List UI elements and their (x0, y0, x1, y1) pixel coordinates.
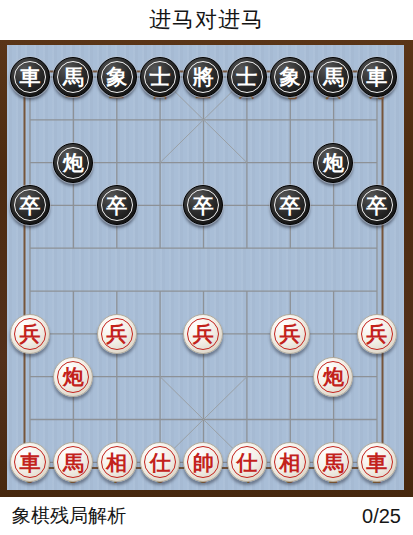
piece-glyph: 象 (280, 66, 301, 87)
title-bar: 进马对进马 (0, 0, 413, 40)
piece-glyph: 馬 (323, 66, 344, 87)
piece-bP-4-3[interactable]: 卒 (97, 185, 137, 225)
piece-rN-10-2[interactable]: 馬 (53, 442, 93, 482)
piece-glyph: 炮 (63, 152, 84, 173)
piece-glyph: 卒 (19, 195, 40, 216)
piece-bC-3-2[interactable]: 炮 (53, 143, 93, 183)
piece-rA-10-4[interactable]: 仕 (140, 442, 180, 482)
piece-bP-4-1[interactable]: 卒 (10, 185, 50, 225)
piece-glyph: 兵 (366, 323, 387, 344)
piece-glyph: 士 (150, 66, 171, 87)
piece-rB-10-3[interactable]: 相 (97, 442, 137, 482)
piece-bR-1-1[interactable]: 車 (10, 57, 50, 97)
piece-glyph: 車 (19, 452, 40, 473)
piece-rB-10-7[interactable]: 相 (270, 442, 310, 482)
piece-glyph: 仕 (236, 452, 257, 473)
footer-bar: 象棋残局解析 0/25 (0, 497, 413, 535)
piece-bK-1-5[interactable]: 將 (183, 57, 223, 97)
piece-glyph: 馬 (63, 452, 84, 473)
piece-rP-7-9[interactable]: 兵 (357, 314, 397, 354)
piece-glyph: 車 (19, 66, 40, 87)
piece-glyph: 兵 (19, 323, 40, 344)
piece-glyph: 兵 (106, 323, 127, 344)
piece-glyph: 兵 (280, 323, 301, 344)
piece-glyph: 馬 (63, 66, 84, 87)
piece-bP-4-5[interactable]: 卒 (183, 185, 223, 225)
pieces-grid[interactable]: 車馬象士將士象馬車炮炮卒卒卒卒卒兵兵兵兵兵炮炮車馬相仕帥仕相馬車 (8, 56, 398, 484)
piece-rN-10-8[interactable]: 馬 (313, 442, 353, 482)
piece-glyph: 士 (236, 66, 257, 87)
piece-glyph: 相 (106, 452, 127, 473)
piece-rP-7-1[interactable]: 兵 (10, 314, 50, 354)
piece-rP-7-5[interactable]: 兵 (183, 314, 223, 354)
piece-bB-1-3[interactable]: 象 (97, 57, 137, 97)
move-counter: 0/25 (362, 505, 401, 528)
piece-glyph: 將 (193, 66, 214, 87)
piece-rP-7-3[interactable]: 兵 (97, 314, 137, 354)
piece-rC-8-2[interactable]: 炮 (53, 357, 93, 397)
piece-glyph: 卒 (366, 195, 387, 216)
footer-title: 象棋残局解析 (12, 503, 126, 529)
piece-rP-7-7[interactable]: 兵 (270, 314, 310, 354)
piece-glyph: 相 (280, 452, 301, 473)
piece-bN-1-2[interactable]: 馬 (53, 57, 93, 97)
page-title: 进马对进马 (149, 5, 264, 35)
piece-glyph: 卒 (280, 195, 301, 216)
piece-bA-1-6[interactable]: 士 (227, 57, 267, 97)
piece-rC-8-8[interactable]: 炮 (313, 357, 353, 397)
piece-bP-4-7[interactable]: 卒 (270, 185, 310, 225)
piece-glyph: 卒 (193, 195, 214, 216)
piece-rR-10-9[interactable]: 車 (357, 442, 397, 482)
piece-bC-3-8[interactable]: 炮 (313, 143, 353, 183)
piece-rA-10-6[interactable]: 仕 (227, 442, 267, 482)
xiangqi-board: 一二三四五六七八九 987654321 車馬象士將士象馬車炮炮卒卒卒卒卒兵兵兵兵… (0, 40, 413, 497)
piece-glyph: 仕 (150, 452, 171, 473)
piece-bB-1-7[interactable]: 象 (270, 57, 310, 97)
piece-bR-1-9[interactable]: 車 (357, 57, 397, 97)
piece-glyph: 兵 (193, 323, 214, 344)
piece-bA-1-4[interactable]: 士 (140, 57, 180, 97)
piece-glyph: 炮 (63, 366, 84, 387)
piece-glyph: 車 (366, 66, 387, 87)
piece-glyph: 炮 (323, 366, 344, 387)
piece-rR-10-1[interactable]: 車 (10, 442, 50, 482)
piece-rK-10-5[interactable]: 帥 (183, 442, 223, 482)
piece-glyph: 帥 (193, 452, 214, 473)
piece-glyph: 炮 (323, 152, 344, 173)
piece-bP-4-9[interactable]: 卒 (357, 185, 397, 225)
piece-glyph: 象 (106, 66, 127, 87)
piece-glyph: 卒 (106, 195, 127, 216)
piece-bN-1-8[interactable]: 馬 (313, 57, 353, 97)
piece-glyph: 車 (366, 452, 387, 473)
piece-glyph: 馬 (323, 452, 344, 473)
